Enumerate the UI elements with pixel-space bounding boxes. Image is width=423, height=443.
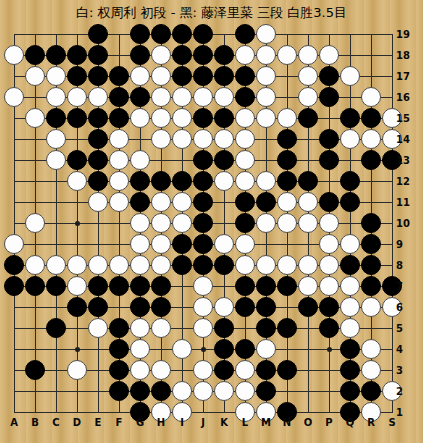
intersection-M15[interactable] <box>256 108 277 129</box>
intersection-K8[interactable] <box>214 255 235 276</box>
intersection-L4[interactable] <box>235 339 256 360</box>
intersection-G13[interactable] <box>130 150 151 171</box>
intersection-K14[interactable] <box>214 129 235 150</box>
intersection-D11[interactable] <box>67 192 88 213</box>
intersection-N2[interactable] <box>277 381 298 402</box>
intersection-F8[interactable] <box>109 255 130 276</box>
intersection-D13[interactable] <box>67 150 88 171</box>
intersection-D19[interactable] <box>67 24 88 45</box>
intersection-P14[interactable] <box>319 129 340 150</box>
intersection-I13[interactable] <box>172 150 193 171</box>
intersection-P13[interactable] <box>319 150 340 171</box>
intersection-H10[interactable] <box>151 213 172 234</box>
intersection-G3[interactable] <box>130 360 151 381</box>
intersection-O9[interactable] <box>298 234 319 255</box>
intersection-A5[interactable] <box>4 318 25 339</box>
intersection-P19[interactable] <box>319 24 340 45</box>
intersection-K17[interactable] <box>214 66 235 87</box>
intersection-B11[interactable] <box>25 192 46 213</box>
intersection-Q4[interactable] <box>340 339 361 360</box>
intersection-J5[interactable] <box>193 318 214 339</box>
intersection-A14[interactable] <box>4 129 25 150</box>
intersection-O6[interactable] <box>298 297 319 318</box>
intersection-C13[interactable] <box>46 150 67 171</box>
intersection-P4[interactable] <box>319 339 340 360</box>
intersection-B18[interactable] <box>25 45 46 66</box>
intersection-D3[interactable] <box>67 360 88 381</box>
intersection-N6[interactable] <box>277 297 298 318</box>
intersection-K12[interactable] <box>214 171 235 192</box>
intersection-C15[interactable] <box>46 108 67 129</box>
intersection-D9[interactable] <box>67 234 88 255</box>
intersection-K5[interactable] <box>214 318 235 339</box>
intersection-B2[interactable] <box>25 381 46 402</box>
intersection-E18[interactable] <box>88 45 109 66</box>
intersection-H13[interactable] <box>151 150 172 171</box>
intersection-A15[interactable] <box>4 108 25 129</box>
intersection-I15[interactable] <box>172 108 193 129</box>
intersection-C9[interactable] <box>46 234 67 255</box>
intersection-R14[interactable] <box>361 129 382 150</box>
intersection-J19[interactable] <box>193 24 214 45</box>
intersection-L19[interactable] <box>235 24 256 45</box>
intersection-F15[interactable] <box>109 108 130 129</box>
intersection-J14[interactable] <box>193 129 214 150</box>
intersection-K15[interactable] <box>214 108 235 129</box>
intersection-P5[interactable] <box>319 318 340 339</box>
intersection-Q16[interactable] <box>340 87 361 108</box>
intersection-C8[interactable] <box>46 255 67 276</box>
intersection-N11[interactable] <box>277 192 298 213</box>
intersection-D5[interactable] <box>67 318 88 339</box>
intersection-P17[interactable] <box>319 66 340 87</box>
intersection-L15[interactable] <box>235 108 256 129</box>
intersection-G10[interactable] <box>130 213 151 234</box>
intersection-H4[interactable] <box>151 339 172 360</box>
intersection-F13[interactable] <box>109 150 130 171</box>
intersection-N17[interactable] <box>277 66 298 87</box>
intersection-O12[interactable] <box>298 171 319 192</box>
intersection-G5[interactable] <box>130 318 151 339</box>
intersection-A16[interactable] <box>4 87 25 108</box>
intersection-K19[interactable] <box>214 24 235 45</box>
intersection-J6[interactable] <box>193 297 214 318</box>
intersection-I17[interactable] <box>172 66 193 87</box>
intersection-E17[interactable] <box>88 66 109 87</box>
intersection-L8[interactable] <box>235 255 256 276</box>
intersection-G14[interactable] <box>130 129 151 150</box>
intersection-H11[interactable] <box>151 192 172 213</box>
intersection-I7[interactable] <box>172 276 193 297</box>
intersection-H6[interactable] <box>151 297 172 318</box>
intersection-I6[interactable] <box>172 297 193 318</box>
intersection-N18[interactable] <box>277 45 298 66</box>
intersection-N19[interactable] <box>277 24 298 45</box>
intersection-E15[interactable] <box>88 108 109 129</box>
intersection-G15[interactable] <box>130 108 151 129</box>
intersection-F4[interactable] <box>109 339 130 360</box>
intersection-F12[interactable] <box>109 171 130 192</box>
intersection-E10[interactable] <box>88 213 109 234</box>
intersection-P6[interactable] <box>319 297 340 318</box>
intersection-C17[interactable] <box>46 66 67 87</box>
intersection-P9[interactable] <box>319 234 340 255</box>
intersection-G11[interactable] <box>130 192 151 213</box>
intersection-D18[interactable] <box>67 45 88 66</box>
intersection-M3[interactable] <box>256 360 277 381</box>
intersection-F5[interactable] <box>109 318 130 339</box>
intersection-B7[interactable] <box>25 276 46 297</box>
intersection-P3[interactable] <box>319 360 340 381</box>
intersection-D8[interactable] <box>67 255 88 276</box>
intersection-A9[interactable] <box>4 234 25 255</box>
intersection-M10[interactable] <box>256 213 277 234</box>
intersection-L2[interactable] <box>235 381 256 402</box>
intersection-A18[interactable] <box>4 45 25 66</box>
intersection-A12[interactable] <box>4 171 25 192</box>
intersection-Q13[interactable] <box>340 150 361 171</box>
intersection-B10[interactable] <box>25 213 46 234</box>
intersection-H14[interactable] <box>151 129 172 150</box>
intersection-I19[interactable] <box>172 24 193 45</box>
intersection-M4[interactable] <box>256 339 277 360</box>
intersection-L13[interactable] <box>235 150 256 171</box>
intersection-P7[interactable] <box>319 276 340 297</box>
intersection-Q3[interactable] <box>340 360 361 381</box>
intersection-I14[interactable] <box>172 129 193 150</box>
intersection-P8[interactable] <box>319 255 340 276</box>
intersection-M7[interactable] <box>256 276 277 297</box>
intersection-Q7[interactable] <box>340 276 361 297</box>
intersection-K11[interactable] <box>214 192 235 213</box>
intersection-L7[interactable] <box>235 276 256 297</box>
intersection-R15[interactable] <box>361 108 382 129</box>
intersection-G19[interactable] <box>130 24 151 45</box>
intersection-Q5[interactable] <box>340 318 361 339</box>
intersection-R13[interactable] <box>361 150 382 171</box>
intersection-A6[interactable] <box>4 297 25 318</box>
intersection-N7[interactable] <box>277 276 298 297</box>
intersection-M13[interactable] <box>256 150 277 171</box>
intersection-H12[interactable] <box>151 171 172 192</box>
intersection-D4[interactable] <box>67 339 88 360</box>
intersection-Q10[interactable] <box>340 213 361 234</box>
intersection-D10[interactable] <box>67 213 88 234</box>
intersection-M12[interactable] <box>256 171 277 192</box>
intersection-D16[interactable] <box>67 87 88 108</box>
intersection-P2[interactable] <box>319 381 340 402</box>
intersection-A4[interactable] <box>4 339 25 360</box>
intersection-R6[interactable] <box>361 297 382 318</box>
intersection-O18[interactable] <box>298 45 319 66</box>
intersection-E9[interactable] <box>88 234 109 255</box>
intersection-F18[interactable] <box>109 45 130 66</box>
intersection-A11[interactable] <box>4 192 25 213</box>
intersection-B5[interactable] <box>25 318 46 339</box>
intersection-B16[interactable] <box>25 87 46 108</box>
intersection-J8[interactable] <box>193 255 214 276</box>
intersection-R16[interactable] <box>361 87 382 108</box>
intersection-Q17[interactable] <box>340 66 361 87</box>
intersection-I8[interactable] <box>172 255 193 276</box>
intersection-F16[interactable] <box>109 87 130 108</box>
intersection-J18[interactable] <box>193 45 214 66</box>
intersection-E19[interactable] <box>88 24 109 45</box>
intersection-E6[interactable] <box>88 297 109 318</box>
intersection-M16[interactable] <box>256 87 277 108</box>
intersection-C4[interactable] <box>46 339 67 360</box>
intersection-C14[interactable] <box>46 129 67 150</box>
intersection-N12[interactable] <box>277 171 298 192</box>
intersection-M18[interactable] <box>256 45 277 66</box>
intersection-M11[interactable] <box>256 192 277 213</box>
intersection-P10[interactable] <box>319 213 340 234</box>
intersection-G4[interactable] <box>130 339 151 360</box>
intersection-P12[interactable] <box>319 171 340 192</box>
intersection-G6[interactable] <box>130 297 151 318</box>
intersection-E7[interactable] <box>88 276 109 297</box>
intersection-M2[interactable] <box>256 381 277 402</box>
intersection-H8[interactable] <box>151 255 172 276</box>
intersection-J3[interactable] <box>193 360 214 381</box>
intersection-F19[interactable] <box>109 24 130 45</box>
intersection-Q19[interactable] <box>340 24 361 45</box>
intersection-F10[interactable] <box>109 213 130 234</box>
intersection-R10[interactable] <box>361 213 382 234</box>
intersection-H7[interactable] <box>151 276 172 297</box>
intersection-G9[interactable] <box>130 234 151 255</box>
intersection-P15[interactable] <box>319 108 340 129</box>
intersection-C5[interactable] <box>46 318 67 339</box>
intersection-N8[interactable] <box>277 255 298 276</box>
intersection-R7[interactable] <box>361 276 382 297</box>
intersection-F3[interactable] <box>109 360 130 381</box>
intersection-R19[interactable] <box>361 24 382 45</box>
intersection-C3[interactable] <box>46 360 67 381</box>
intersection-J9[interactable] <box>193 234 214 255</box>
intersection-N4[interactable] <box>277 339 298 360</box>
intersection-L16[interactable] <box>235 87 256 108</box>
intersection-R12[interactable] <box>361 171 382 192</box>
intersection-O16[interactable] <box>298 87 319 108</box>
intersection-J10[interactable] <box>193 213 214 234</box>
intersection-N14[interactable] <box>277 129 298 150</box>
intersection-E8[interactable] <box>88 255 109 276</box>
intersection-F14[interactable] <box>109 129 130 150</box>
intersection-H18[interactable] <box>151 45 172 66</box>
intersection-M19[interactable] <box>256 24 277 45</box>
intersection-O13[interactable] <box>298 150 319 171</box>
intersection-F6[interactable] <box>109 297 130 318</box>
intersection-M6[interactable] <box>256 297 277 318</box>
intersection-E13[interactable] <box>88 150 109 171</box>
intersection-J13[interactable] <box>193 150 214 171</box>
intersection-K10[interactable] <box>214 213 235 234</box>
intersection-P16[interactable] <box>319 87 340 108</box>
intersection-D7[interactable] <box>67 276 88 297</box>
intersection-N5[interactable] <box>277 318 298 339</box>
intersection-C16[interactable] <box>46 87 67 108</box>
intersection-Q12[interactable] <box>340 171 361 192</box>
intersection-C2[interactable] <box>46 381 67 402</box>
intersection-M9[interactable] <box>256 234 277 255</box>
intersection-C7[interactable] <box>46 276 67 297</box>
intersection-O11[interactable] <box>298 192 319 213</box>
intersection-B12[interactable] <box>25 171 46 192</box>
intersection-I11[interactable] <box>172 192 193 213</box>
intersection-A13[interactable] <box>4 150 25 171</box>
intersection-F17[interactable] <box>109 66 130 87</box>
intersection-N15[interactable] <box>277 108 298 129</box>
intersection-G16[interactable] <box>130 87 151 108</box>
intersection-K18[interactable] <box>214 45 235 66</box>
intersection-R17[interactable] <box>361 66 382 87</box>
intersection-O14[interactable] <box>298 129 319 150</box>
intersection-R18[interactable] <box>361 45 382 66</box>
intersection-O5[interactable] <box>298 318 319 339</box>
intersection-M5[interactable] <box>256 318 277 339</box>
intersection-D12[interactable] <box>67 171 88 192</box>
intersection-H3[interactable] <box>151 360 172 381</box>
intersection-K7[interactable] <box>214 276 235 297</box>
intersection-H17[interactable] <box>151 66 172 87</box>
intersection-O8[interactable] <box>298 255 319 276</box>
intersection-E3[interactable] <box>88 360 109 381</box>
intersection-L18[interactable] <box>235 45 256 66</box>
intersection-M8[interactable] <box>256 255 277 276</box>
intersection-H9[interactable] <box>151 234 172 255</box>
intersection-B14[interactable] <box>25 129 46 150</box>
intersection-O4[interactable] <box>298 339 319 360</box>
intersection-J16[interactable] <box>193 87 214 108</box>
intersection-B6[interactable] <box>25 297 46 318</box>
intersection-E11[interactable] <box>88 192 109 213</box>
intersection-C19[interactable] <box>46 24 67 45</box>
intersection-Q9[interactable] <box>340 234 361 255</box>
intersection-J11[interactable] <box>193 192 214 213</box>
intersection-J4[interactable] <box>193 339 214 360</box>
intersection-R8[interactable] <box>361 255 382 276</box>
intersection-R5[interactable] <box>361 318 382 339</box>
intersection-J7[interactable] <box>193 276 214 297</box>
intersection-D6[interactable] <box>67 297 88 318</box>
intersection-P11[interactable] <box>319 192 340 213</box>
intersection-M17[interactable] <box>256 66 277 87</box>
intersection-I18[interactable] <box>172 45 193 66</box>
intersection-R4[interactable] <box>361 339 382 360</box>
intersection-O17[interactable] <box>298 66 319 87</box>
intersection-A17[interactable] <box>4 66 25 87</box>
intersection-E14[interactable] <box>88 129 109 150</box>
intersection-E16[interactable] <box>88 87 109 108</box>
intersection-Q14[interactable] <box>340 129 361 150</box>
intersection-H19[interactable] <box>151 24 172 45</box>
intersection-G12[interactable] <box>130 171 151 192</box>
intersection-I4[interactable] <box>172 339 193 360</box>
intersection-C18[interactable] <box>46 45 67 66</box>
intersection-O19[interactable] <box>298 24 319 45</box>
intersection-A7[interactable] <box>4 276 25 297</box>
intersection-R9[interactable] <box>361 234 382 255</box>
intersection-G8[interactable] <box>130 255 151 276</box>
intersection-N9[interactable] <box>277 234 298 255</box>
intersection-J15[interactable] <box>193 108 214 129</box>
intersection-O15[interactable] <box>298 108 319 129</box>
intersection-E4[interactable] <box>88 339 109 360</box>
intersection-B19[interactable] <box>25 24 46 45</box>
intersection-A10[interactable] <box>4 213 25 234</box>
intersection-K13[interactable] <box>214 150 235 171</box>
intersection-Q15[interactable] <box>340 108 361 129</box>
intersection-I2[interactable] <box>172 381 193 402</box>
intersection-B8[interactable] <box>25 255 46 276</box>
intersection-L17[interactable] <box>235 66 256 87</box>
intersection-Q2[interactable] <box>340 381 361 402</box>
intersection-H16[interactable] <box>151 87 172 108</box>
intersection-N3[interactable] <box>277 360 298 381</box>
intersection-L14[interactable] <box>235 129 256 150</box>
intersection-I9[interactable] <box>172 234 193 255</box>
intersection-C11[interactable] <box>46 192 67 213</box>
intersection-A19[interactable] <box>4 24 25 45</box>
intersection-L12[interactable] <box>235 171 256 192</box>
intersection-I5[interactable] <box>172 318 193 339</box>
intersection-J2[interactable] <box>193 381 214 402</box>
intersection-N10[interactable] <box>277 213 298 234</box>
intersection-B3[interactable] <box>25 360 46 381</box>
intersection-R3[interactable] <box>361 360 382 381</box>
intersection-C10[interactable] <box>46 213 67 234</box>
intersection-C6[interactable] <box>46 297 67 318</box>
intersection-D17[interactable] <box>67 66 88 87</box>
intersection-E12[interactable] <box>88 171 109 192</box>
intersection-N13[interactable] <box>277 150 298 171</box>
intersection-O2[interactable] <box>298 381 319 402</box>
intersection-F11[interactable] <box>109 192 130 213</box>
intersection-N16[interactable] <box>277 87 298 108</box>
intersection-L3[interactable] <box>235 360 256 381</box>
intersection-K4[interactable] <box>214 339 235 360</box>
intersection-L6[interactable] <box>235 297 256 318</box>
intersection-R11[interactable] <box>361 192 382 213</box>
intersection-L9[interactable] <box>235 234 256 255</box>
intersection-L10[interactable] <box>235 213 256 234</box>
intersection-G2[interactable] <box>130 381 151 402</box>
intersection-A3[interactable] <box>4 360 25 381</box>
intersection-O10[interactable] <box>298 213 319 234</box>
intersection-B17[interactable] <box>25 66 46 87</box>
intersection-I16[interactable] <box>172 87 193 108</box>
intersection-H2[interactable] <box>151 381 172 402</box>
intersection-K2[interactable] <box>214 381 235 402</box>
intersection-K9[interactable] <box>214 234 235 255</box>
intersection-G7[interactable] <box>130 276 151 297</box>
intersection-O3[interactable] <box>298 360 319 381</box>
intersection-F7[interactable] <box>109 276 130 297</box>
intersection-B13[interactable] <box>25 150 46 171</box>
intersection-C12[interactable] <box>46 171 67 192</box>
intersection-K16[interactable] <box>214 87 235 108</box>
intersection-O7[interactable] <box>298 276 319 297</box>
intersection-P18[interactable] <box>319 45 340 66</box>
intersection-D15[interactable] <box>67 108 88 129</box>
intersection-A8[interactable] <box>4 255 25 276</box>
intersection-E2[interactable] <box>88 381 109 402</box>
intersection-Q18[interactable] <box>340 45 361 66</box>
intersection-H5[interactable] <box>151 318 172 339</box>
intersection-F2[interactable] <box>109 381 130 402</box>
intersection-G17[interactable] <box>130 66 151 87</box>
